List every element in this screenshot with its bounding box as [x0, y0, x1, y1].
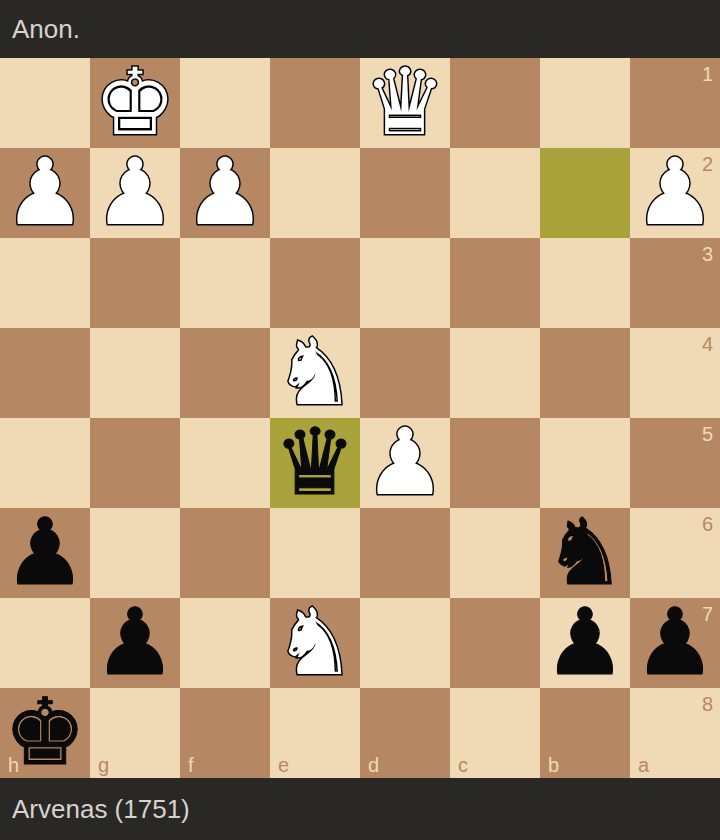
square-e3[interactable] — [270, 238, 360, 328]
white-queen-piece[interactable]: ♛ — [364, 58, 446, 148]
square-a6[interactable]: 6 — [630, 508, 720, 598]
square-h4[interactable] — [0, 328, 90, 418]
square-b6[interactable]: ♞ — [540, 508, 630, 598]
square-f8[interactable]: f — [180, 688, 270, 778]
square-h6[interactable]: ♟ — [0, 508, 90, 598]
white-pawn-piece[interactable]: ♟ — [364, 418, 446, 508]
square-d6[interactable] — [360, 508, 450, 598]
square-c8[interactable]: c — [450, 688, 540, 778]
square-f4[interactable] — [180, 328, 270, 418]
square-g5[interactable] — [90, 418, 180, 508]
rank-label-5: 5 — [702, 424, 713, 444]
square-e4[interactable]: ♞ — [270, 328, 360, 418]
square-a8[interactable]: 8a — [630, 688, 720, 778]
square-a3[interactable]: 3 — [630, 238, 720, 328]
file-label-f: f — [188, 755, 194, 775]
rank-label-7: 7 — [702, 604, 713, 624]
square-e1[interactable] — [270, 58, 360, 148]
square-e5[interactable]: ♛ — [270, 418, 360, 508]
square-c6[interactable] — [450, 508, 540, 598]
square-f5[interactable] — [180, 418, 270, 508]
file-label-c: c — [458, 755, 468, 775]
square-b1[interactable] — [540, 58, 630, 148]
square-d8[interactable]: d — [360, 688, 450, 778]
square-f1[interactable] — [180, 58, 270, 148]
black-pawn-piece[interactable]: ♟ — [544, 598, 626, 688]
square-g3[interactable] — [90, 238, 180, 328]
square-d1[interactable]: ♛ — [360, 58, 450, 148]
file-label-e: e — [278, 755, 289, 775]
square-e8[interactable]: e — [270, 688, 360, 778]
white-knight-piece[interactable]: ♞ — [274, 598, 356, 688]
black-queen-piece[interactable]: ♛ — [274, 418, 356, 508]
square-a4[interactable]: 4 — [630, 328, 720, 418]
square-a5[interactable]: 5 — [630, 418, 720, 508]
square-b8[interactable]: b — [540, 688, 630, 778]
square-f2[interactable]: ♟ — [180, 148, 270, 238]
square-g4[interactable] — [90, 328, 180, 418]
rank-label-1: 1 — [702, 64, 713, 84]
square-c2[interactable] — [450, 148, 540, 238]
rank-label-2: 2 — [702, 154, 713, 174]
square-b7[interactable]: ♟ — [540, 598, 630, 688]
square-d4[interactable] — [360, 328, 450, 418]
white-pawn-piece[interactable]: ♟ — [4, 148, 86, 238]
white-pawn-piece[interactable]: ♟ — [184, 148, 266, 238]
player-name-top: Anon. — [12, 14, 80, 45]
square-e2[interactable] — [270, 148, 360, 238]
square-f3[interactable] — [180, 238, 270, 328]
square-b3[interactable] — [540, 238, 630, 328]
square-h3[interactable] — [0, 238, 90, 328]
square-b2[interactable] — [540, 148, 630, 238]
square-h8[interactable]: ♚h — [0, 688, 90, 778]
black-knight-piece[interactable]: ♞ — [544, 508, 626, 598]
chess-board: ♚♛1♟♟♟♟23♞4♛♟5♟♞6♟♞♟♟7♚hgfedcb8a — [0, 58, 720, 778]
rank-label-6: 6 — [702, 514, 713, 534]
rank-label-3: 3 — [702, 244, 713, 264]
file-label-g: g — [98, 755, 109, 775]
black-pawn-piece[interactable]: ♟ — [94, 598, 176, 688]
square-f6[interactable] — [180, 508, 270, 598]
square-f7[interactable] — [180, 598, 270, 688]
bottom-player-bar: Arvenas (1751) — [0, 778, 720, 840]
square-d3[interactable] — [360, 238, 450, 328]
white-knight-piece[interactable]: ♞ — [274, 328, 356, 418]
square-g7[interactable]: ♟ — [90, 598, 180, 688]
square-h2[interactable]: ♟ — [0, 148, 90, 238]
square-b4[interactable] — [540, 328, 630, 418]
square-h5[interactable] — [0, 418, 90, 508]
square-c5[interactable] — [450, 418, 540, 508]
white-king-piece[interactable]: ♚ — [94, 58, 176, 148]
square-e6[interactable] — [270, 508, 360, 598]
square-h7[interactable] — [0, 598, 90, 688]
square-c1[interactable] — [450, 58, 540, 148]
square-g6[interactable] — [90, 508, 180, 598]
file-label-d: d — [368, 755, 379, 775]
square-a2[interactable]: ♟2 — [630, 148, 720, 238]
player-name-bottom: Arvenas (1751) — [12, 794, 190, 825]
square-d7[interactable] — [360, 598, 450, 688]
square-a1[interactable]: 1 — [630, 58, 720, 148]
square-c7[interactable] — [450, 598, 540, 688]
square-h1[interactable] — [0, 58, 90, 148]
file-label-a: a — [638, 755, 649, 775]
square-g2[interactable]: ♟ — [90, 148, 180, 238]
square-b5[interactable] — [540, 418, 630, 508]
square-c3[interactable] — [450, 238, 540, 328]
square-g8[interactable]: g — [90, 688, 180, 778]
rank-label-8: 8 — [702, 694, 713, 714]
white-pawn-piece[interactable]: ♟ — [94, 148, 176, 238]
square-e7[interactable]: ♞ — [270, 598, 360, 688]
square-a7[interactable]: ♟7 — [630, 598, 720, 688]
square-c4[interactable] — [450, 328, 540, 418]
file-label-b: b — [548, 755, 559, 775]
square-g1[interactable]: ♚ — [90, 58, 180, 148]
square-d2[interactable] — [360, 148, 450, 238]
rank-label-4: 4 — [702, 334, 713, 354]
black-pawn-piece[interactable]: ♟ — [4, 508, 86, 598]
file-label-h: h — [8, 755, 19, 775]
square-d5[interactable]: ♟ — [360, 418, 450, 508]
